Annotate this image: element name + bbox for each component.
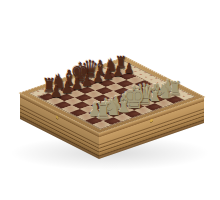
piece-dark-pawn: ♟ [113, 64, 124, 78]
piece-dark-pawn: ♟ [124, 61, 134, 75]
piece-dark-pawn: ♟ [92, 70, 103, 85]
brass-latch-right [150, 118, 153, 122]
piece-dark-pawn: ♟ [82, 73, 93, 89]
chess-set-product-photo: ♜♟♟♜♞♟♟♞♝♟♟♝♛♟♟♛♚♟♟♚♝♟♟♝♞♟♟♞♜♟♟♜ [0, 0, 220, 200]
piece-dark-pawn: ♟ [50, 83, 62, 100]
piece-dark-pawn: ♟ [61, 80, 73, 96]
piece-light-rook: ♜ [95, 100, 112, 123]
brass-latch-left [56, 115, 58, 119]
piece-dark-pawn: ♟ [103, 67, 114, 82]
